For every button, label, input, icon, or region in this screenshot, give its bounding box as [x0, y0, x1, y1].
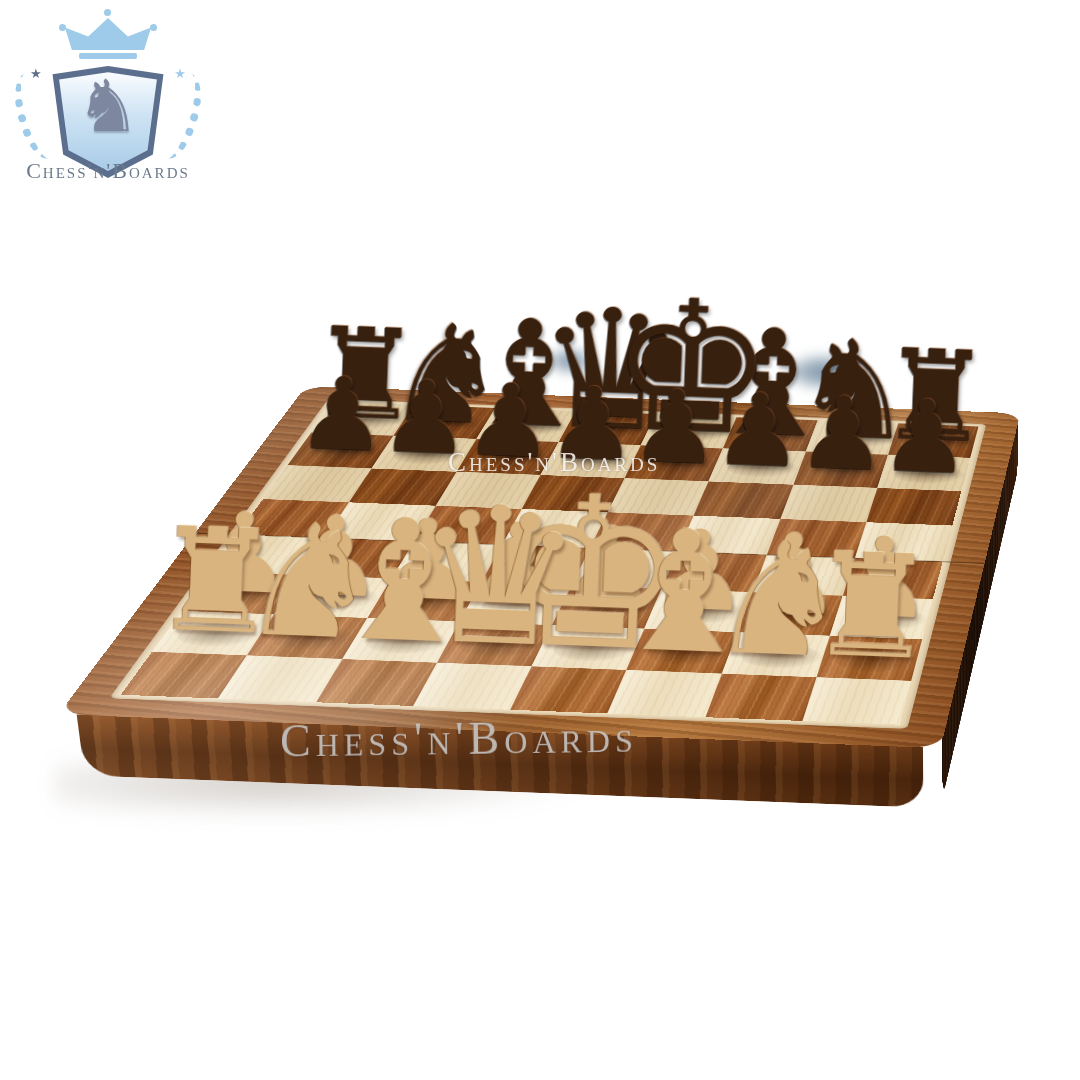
- brand-logo: ★ ★ ♞ Chess'n'Boards: [10, 4, 206, 188]
- board-perspective: ♜♞♝♛♚♝♞♜♟♟♟♟♟♟♟♟♟♟♟♟♟♟♟♟♜♞♝♛♚♝♞♜: [90, 130, 1080, 967]
- chess-board: ♜♞♝♛♚♝♞♜♟♟♟♟♟♟♟♟♟♟♟♟♟♟♟♟♜♞♝♛♚♝♞♜: [58, 386, 1020, 748]
- photo-canvas: ★ ★ ♞ Chess'n'Boards ♜♞♝♛♚♝♞♜♟♟♟♟♟♟♟♟♟♟♟…: [0, 0, 1080, 1080]
- crown-icon: [65, 18, 151, 50]
- crown-dot-icon: [150, 24, 157, 31]
- knight-logo-icon: ♞: [10, 70, 206, 142]
- crown-band-icon: [79, 53, 137, 59]
- brand-name: Chess'n'Boards: [2, 158, 214, 184]
- watermark-board-center: Chess'n'Boards: [448, 447, 660, 478]
- crown-dot-icon: [104, 9, 111, 16]
- watermark-front-edge: Chess'n'Boards: [280, 710, 638, 768]
- crown-dot-icon: [59, 24, 66, 31]
